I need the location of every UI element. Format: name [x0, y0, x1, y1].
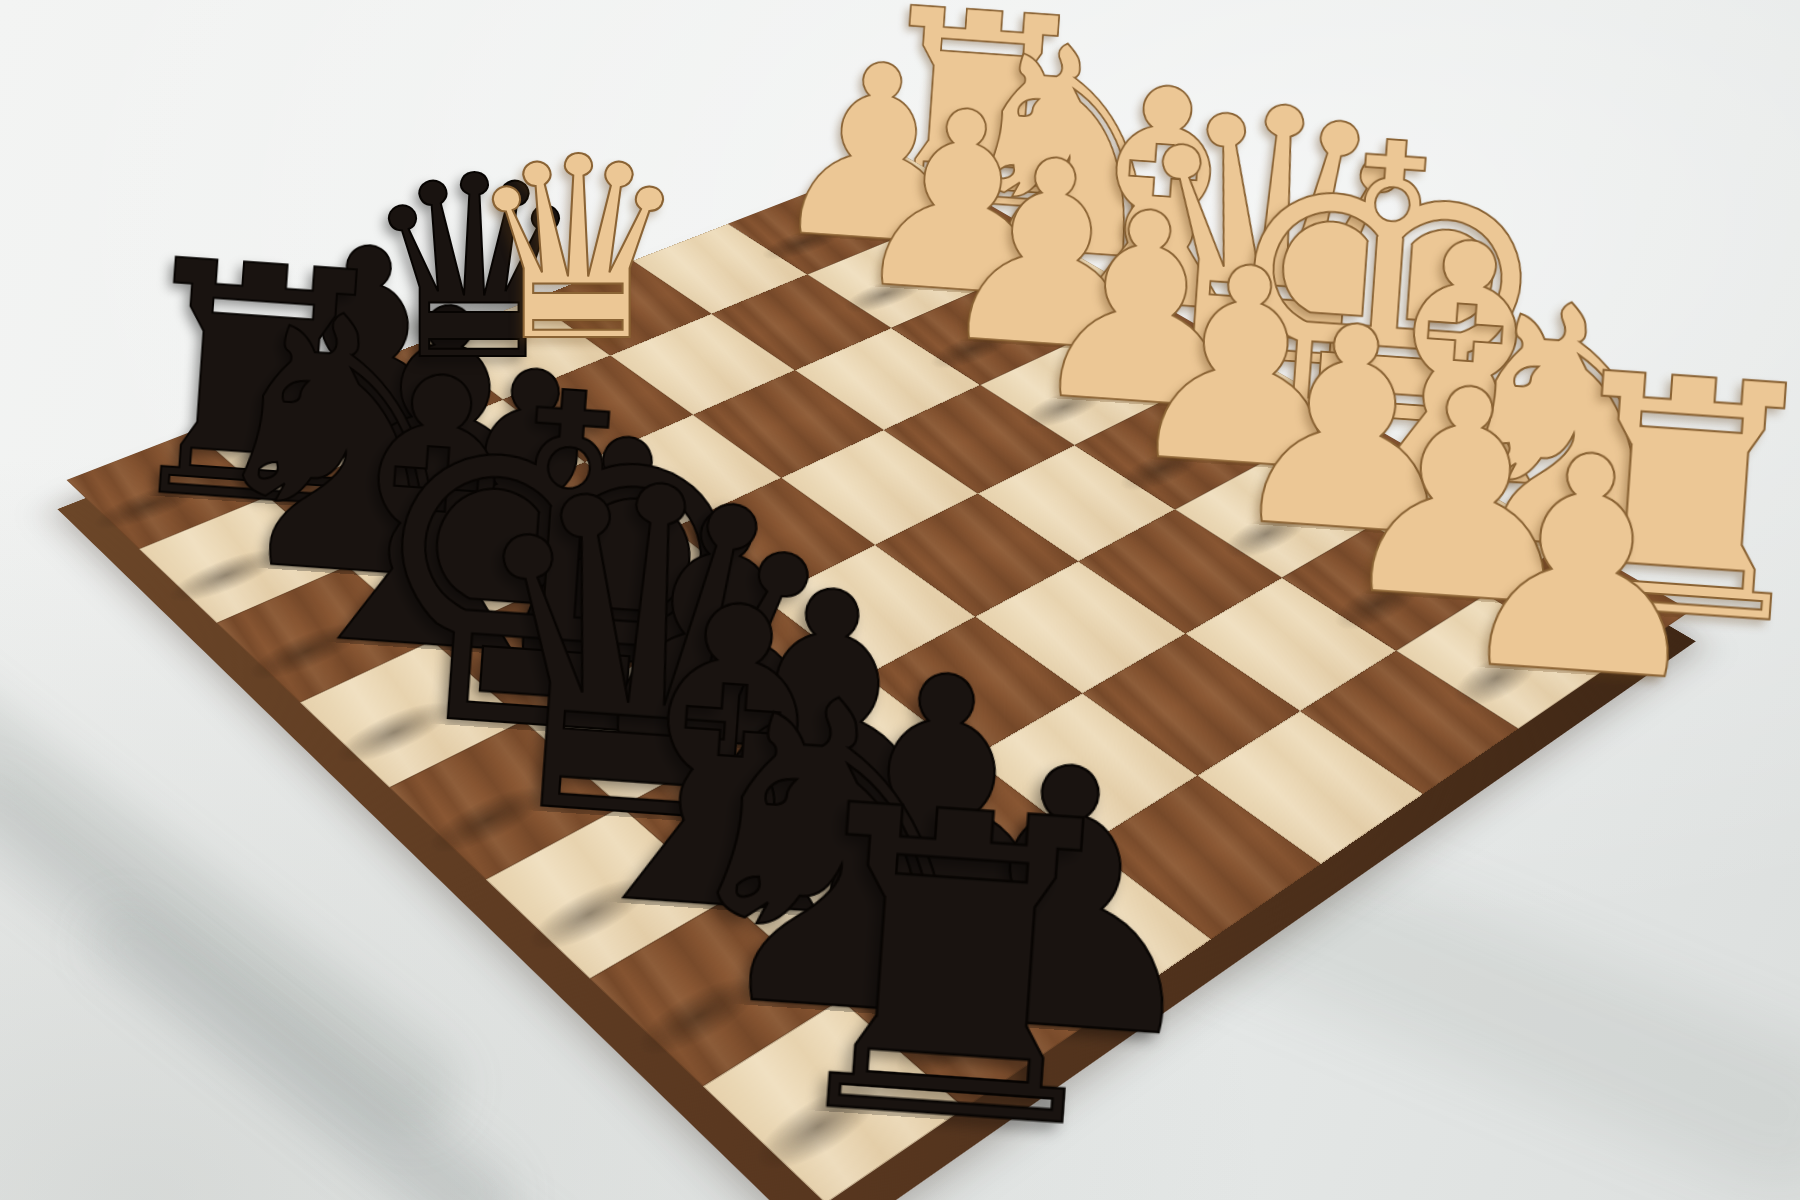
spare-white-queen[interactable]: ♛	[428, 124, 728, 376]
piece-white-pawn-h2[interactable]: ♟	[1444, 367, 1614, 675]
photo-stage: ♜♟♟♜♞♟♟♞♝♟♟♝♚♟♟♛♛♟♟♚♝♟♟♝♞♟♟♞♜♟♟♜ ♛♛	[0, 0, 1800, 1200]
piece-black-rook-h8[interactable]: ♜	[758, 690, 973, 1120]
